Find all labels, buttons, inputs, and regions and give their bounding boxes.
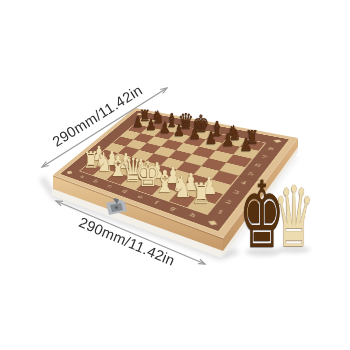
arrow-icon [198,259,205,264]
file-label: d [120,189,128,194]
rank-label: 6 [254,163,262,168]
dimension-label: 290mm/11.42in [77,214,178,269]
rank-label: 8 [267,146,275,151]
arrow-icon [160,88,167,94]
rank-label: 3 [232,189,241,195]
file-label: c [106,184,114,189]
rank-label: 5 [247,171,256,176]
arrow-icon [42,162,49,168]
file-label: h [188,212,197,219]
file-label: a [79,174,86,179]
file-label: b [92,179,100,184]
arrow-icon [56,201,63,206]
rank-label: 4 [239,180,248,186]
chess-board: abcdefgh 87654321 [53,108,298,238]
file-label: f [153,200,160,205]
file-label: e [136,194,144,200]
piece-shadow [278,246,310,253]
rank-label: 1 [216,209,225,216]
rank-label: 2 [224,199,233,205]
file-label: g [169,205,178,211]
rank-label: 7 [260,154,268,159]
piece-shadow [245,248,281,256]
product-image: abcdefgh 87654321 ♜♞♝♛♚♝♞♜♟♟♟♟♟♟♟♟♟♟♟♟♟♟… [0,0,350,350]
